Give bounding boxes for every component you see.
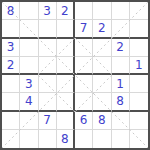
sudoku-board: 83272322131487688 xyxy=(0,0,150,150)
cell-r2c7[interactable] xyxy=(112,20,130,38)
cell-r7c3[interactable]: 7 xyxy=(39,112,57,130)
cell-r4c3[interactable] xyxy=(39,57,57,75)
cell-r2c6[interactable]: 2 xyxy=(93,20,111,38)
cell-r4c4[interactable] xyxy=(57,57,75,75)
cell-r3c2[interactable] xyxy=(20,39,38,57)
cell-r8c8[interactable] xyxy=(130,130,148,148)
cell-r1c1[interactable]: 8 xyxy=(2,2,20,20)
cell-r1c3[interactable]: 3 xyxy=(39,2,57,20)
cell-r6c3[interactable] xyxy=(39,93,57,111)
cell-r6c4[interactable] xyxy=(57,93,75,111)
cell-r5c2[interactable]: 3 xyxy=(20,75,38,93)
cell-r2c5[interactable]: 7 xyxy=(75,20,93,38)
cell-r6c7[interactable]: 8 xyxy=(112,93,130,111)
cell-r1c4[interactable]: 2 xyxy=(57,2,75,20)
cell-r6c1[interactable] xyxy=(2,93,20,111)
cell-r8c2[interactable] xyxy=(20,130,38,148)
cell-r7c4[interactable] xyxy=(57,112,75,130)
cell-r7c8[interactable] xyxy=(130,112,148,130)
cell-r8c4[interactable]: 8 xyxy=(57,130,75,148)
cell-r6c8[interactable] xyxy=(130,93,148,111)
cell-r3c7[interactable]: 2 xyxy=(112,39,130,57)
cell-r7c6[interactable]: 8 xyxy=(93,112,111,130)
cell-r5c7[interactable]: 1 xyxy=(112,75,130,93)
cell-r7c1[interactable] xyxy=(2,112,20,130)
cell-r4c1[interactable]: 2 xyxy=(2,57,20,75)
cell-r3c5[interactable] xyxy=(75,39,93,57)
cell-r7c2[interactable] xyxy=(20,112,38,130)
cell-r8c7[interactable] xyxy=(112,130,130,148)
cell-r7c5[interactable]: 6 xyxy=(75,112,93,130)
cell-r4c5[interactable] xyxy=(75,57,93,75)
cell-r6c2[interactable]: 4 xyxy=(20,93,38,111)
cell-r5c5[interactable] xyxy=(75,75,93,93)
cell-r1c7[interactable] xyxy=(112,2,130,20)
cell-r1c6[interactable] xyxy=(93,2,111,20)
cell-r8c6[interactable] xyxy=(93,130,111,148)
cell-r3c6[interactable] xyxy=(93,39,111,57)
cell-r6c5[interactable] xyxy=(75,93,93,111)
cell-r5c4[interactable] xyxy=(57,75,75,93)
cell-r2c8[interactable] xyxy=(130,20,148,38)
cell-r1c8[interactable] xyxy=(130,2,148,20)
cell-r5c6[interactable] xyxy=(93,75,111,93)
cell-r8c3[interactable] xyxy=(39,130,57,148)
cell-r7c7[interactable] xyxy=(112,112,130,130)
cell-r4c6[interactable] xyxy=(93,57,111,75)
sudoku-puzzle: 83272322131487688 xyxy=(0,0,150,150)
cell-r2c3[interactable] xyxy=(39,20,57,38)
cell-r2c4[interactable] xyxy=(57,20,75,38)
cell-r6c6[interactable] xyxy=(93,93,111,111)
cell-r8c1[interactable] xyxy=(2,130,20,148)
cell-r3c4[interactable] xyxy=(57,39,75,57)
cell-r4c7[interactable] xyxy=(112,57,130,75)
cell-r3c3[interactable] xyxy=(39,39,57,57)
cell-r5c1[interactable] xyxy=(2,75,20,93)
cell-r4c8[interactable]: 1 xyxy=(130,57,148,75)
cell-r3c8[interactable] xyxy=(130,39,148,57)
cell-r2c1[interactable] xyxy=(2,20,20,38)
cell-r2c2[interactable] xyxy=(20,20,38,38)
cell-r1c5[interactable] xyxy=(75,2,93,20)
cell-r5c3[interactable] xyxy=(39,75,57,93)
cell-r8c5[interactable] xyxy=(75,130,93,148)
cell-r3c1[interactable]: 3 xyxy=(2,39,20,57)
cell-r4c2[interactable] xyxy=(20,57,38,75)
cell-r5c8[interactable] xyxy=(130,75,148,93)
cell-r1c2[interactable] xyxy=(20,2,38,20)
